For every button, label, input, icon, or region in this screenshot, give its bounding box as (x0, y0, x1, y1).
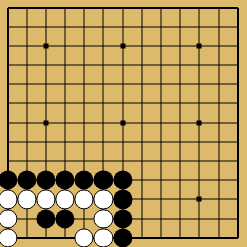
grid-line-v (218, 94, 219, 113)
grid-line-v (84, 36, 85, 55)
black-stone (17, 171, 36, 190)
board-intersection[interactable] (132, 190, 151, 209)
grid-line-v (45, 94, 46, 113)
board-intersection[interactable] (171, 171, 190, 190)
go-board (0, 0, 247, 247)
grid-line-v (65, 8, 66, 18)
board-intersection[interactable] (55, 17, 74, 36)
black-stone (113, 228, 132, 247)
board-intersection[interactable] (55, 113, 74, 132)
board-intersection[interactable] (190, 171, 209, 190)
grid-line-v (26, 75, 27, 94)
grid-line-v (7, 17, 9, 36)
board-intersection[interactable] (151, 17, 170, 36)
grid-line-v (84, 209, 85, 228)
board-intersection[interactable] (17, 17, 36, 36)
board-intersection[interactable] (113, 151, 132, 170)
board-intersection[interactable] (209, 171, 228, 190)
board-intersection[interactable] (228, 75, 247, 94)
grid-line-v (122, 17, 123, 36)
board-intersection[interactable] (190, 36, 209, 55)
grid-line-v (26, 94, 27, 113)
board-intersection[interactable] (171, 0, 190, 17)
grid-line-v (103, 36, 104, 55)
board-intersection[interactable] (94, 17, 113, 36)
grid-line-v (84, 151, 85, 170)
board-intersection[interactable] (75, 17, 94, 36)
board-intersection[interactable] (0, 228, 17, 247)
grid-line-v (237, 17, 239, 36)
grid-line-v (7, 55, 9, 74)
board-intersection[interactable] (36, 113, 55, 132)
board-intersection[interactable] (151, 113, 170, 132)
grid-line-v (180, 132, 181, 151)
board-intersection[interactable] (75, 132, 94, 151)
board-intersection[interactable] (36, 0, 55, 17)
board-intersection[interactable] (190, 94, 209, 113)
board-intersection[interactable] (55, 36, 74, 55)
board-intersection[interactable] (132, 0, 151, 17)
grid-line-v (84, 113, 85, 132)
grid-line-h (8, 84, 18, 85)
board-intersection[interactable] (151, 190, 170, 209)
board-grid (0, 0, 247, 247)
grid-line-v (103, 151, 104, 170)
board-intersection[interactable] (75, 151, 94, 170)
board-intersection[interactable] (171, 55, 190, 74)
board-intersection[interactable] (190, 209, 209, 228)
board-intersection[interactable] (94, 190, 113, 209)
board-intersection[interactable] (17, 151, 36, 170)
board-intersection[interactable] (17, 132, 36, 151)
grid-line-v (237, 171, 239, 190)
board-intersection[interactable] (17, 0, 36, 17)
star-point (43, 120, 48, 125)
grid-line-v (218, 8, 219, 18)
board-intersection[interactable] (94, 228, 113, 247)
board-intersection[interactable] (94, 171, 113, 190)
white-stone (75, 228, 94, 247)
black-stone (36, 209, 55, 228)
grid-line-v (65, 113, 66, 132)
board-intersection[interactable] (151, 75, 170, 94)
board-intersection[interactable] (113, 209, 132, 228)
grid-line-h (8, 26, 18, 27)
grid-line-v (141, 171, 142, 190)
board-intersection[interactable] (228, 228, 247, 247)
board-intersection[interactable] (228, 113, 247, 132)
grid-line-v (180, 75, 181, 94)
grid-line-v (103, 75, 104, 94)
grid-line-v (218, 228, 219, 238)
board-intersection[interactable] (75, 209, 94, 228)
grid-line-v (199, 209, 200, 228)
grid-line-h (8, 141, 18, 142)
board-intersection[interactable] (113, 190, 132, 209)
grid-line-v (161, 17, 162, 36)
grid-line-v (103, 55, 104, 74)
grid-line-v (180, 228, 181, 238)
grid-line-v (141, 94, 142, 113)
board-intersection[interactable] (55, 209, 74, 228)
grid-line-v (237, 55, 239, 74)
board-intersection[interactable] (94, 75, 113, 94)
grid-line-v (26, 8, 27, 18)
grid-line-v (199, 8, 200, 18)
board-intersection[interactable] (132, 132, 151, 151)
grid-line-v (65, 75, 66, 94)
board-intersection[interactable] (132, 55, 151, 74)
board-intersection[interactable] (132, 113, 151, 132)
grid-line-v (84, 94, 85, 113)
board-intersection[interactable] (132, 228, 151, 247)
grid-line-v (122, 8, 123, 18)
board-intersection[interactable] (209, 132, 228, 151)
board-intersection[interactable] (0, 55, 17, 74)
board-intersection[interactable] (36, 209, 55, 228)
board-intersection[interactable] (228, 209, 247, 228)
board-intersection[interactable] (0, 132, 17, 151)
board-intersection[interactable] (75, 190, 94, 209)
board-intersection[interactable] (171, 113, 190, 132)
board-intersection[interactable] (75, 113, 94, 132)
board-intersection[interactable] (228, 17, 247, 36)
grid-line-v (180, 8, 181, 18)
grid-line-v (7, 151, 9, 170)
board-intersection[interactable] (75, 228, 94, 247)
grid-line-v (45, 17, 46, 36)
grid-line-v (103, 132, 104, 151)
board-intersection[interactable] (209, 55, 228, 74)
board-intersection[interactable] (0, 190, 17, 209)
board-intersection[interactable] (209, 17, 228, 36)
grid-line-v (45, 228, 46, 238)
board-intersection[interactable] (209, 209, 228, 228)
board-intersection[interactable] (55, 0, 74, 17)
board-intersection[interactable] (228, 171, 247, 190)
board-intersection[interactable] (55, 190, 74, 209)
white-stone (17, 190, 36, 209)
grid-line-v (237, 75, 239, 94)
board-intersection[interactable] (36, 228, 55, 247)
board-intersection[interactable] (151, 228, 170, 247)
grid-line-v (180, 55, 181, 74)
black-stone (75, 171, 94, 190)
board-intersection[interactable] (132, 17, 151, 36)
grid-line-v (161, 75, 162, 94)
board-intersection[interactable] (228, 0, 247, 17)
board-intersection[interactable] (0, 113, 17, 132)
board-intersection[interactable] (151, 94, 170, 113)
grid-line-v (26, 209, 27, 228)
grid-line-v (141, 75, 142, 94)
board-intersection[interactable] (75, 75, 94, 94)
grid-line-v (180, 171, 181, 190)
grid-line-v (218, 132, 219, 151)
board-intersection[interactable] (113, 17, 132, 36)
grid-line-v (161, 55, 162, 74)
board-intersection[interactable] (209, 190, 228, 209)
board-intersection[interactable] (228, 190, 247, 209)
board-intersection[interactable] (17, 171, 36, 190)
grid-line-h (8, 7, 18, 9)
white-stone (36, 190, 55, 209)
grid-line-v (7, 8, 9, 18)
grid-line-v (65, 94, 66, 113)
board-intersection[interactable] (151, 209, 170, 228)
board-intersection[interactable] (171, 94, 190, 113)
board-intersection[interactable] (113, 94, 132, 113)
grid-line-v (45, 55, 46, 74)
board-intersection[interactable] (36, 132, 55, 151)
board-intersection[interactable] (17, 190, 36, 209)
grid-line-v (237, 228, 239, 238)
board-intersection[interactable] (190, 228, 209, 247)
board-intersection[interactable] (171, 75, 190, 94)
grid-line-v (45, 151, 46, 170)
grid-line-v (180, 17, 181, 36)
grid-line-v (180, 36, 181, 55)
board-intersection[interactable] (132, 171, 151, 190)
grid-line-v (161, 8, 162, 18)
grid-line-v (237, 190, 239, 209)
grid-line-v (141, 36, 142, 55)
board-intersection[interactable] (228, 151, 247, 170)
board-intersection[interactable] (171, 36, 190, 55)
black-stone (36, 171, 55, 190)
board-intersection[interactable] (94, 55, 113, 74)
grid-line-h (8, 161, 18, 162)
board-intersection[interactable] (0, 94, 17, 113)
board-intersection[interactable] (55, 171, 74, 190)
board-intersection[interactable] (190, 151, 209, 170)
board-intersection[interactable] (190, 55, 209, 74)
board-intersection[interactable] (171, 209, 190, 228)
board-intersection[interactable] (132, 75, 151, 94)
grid-line-v (180, 151, 181, 170)
star-point (197, 43, 202, 48)
board-intersection[interactable] (113, 228, 132, 247)
grid-line-v (26, 113, 27, 132)
board-intersection[interactable] (75, 55, 94, 74)
grid-line-h (8, 103, 18, 104)
board-intersection[interactable] (113, 75, 132, 94)
black-stone (113, 171, 132, 190)
grid-line-v (84, 8, 85, 18)
board-intersection[interactable] (113, 36, 132, 55)
grid-line-v (45, 75, 46, 94)
board-intersection[interactable] (17, 228, 36, 247)
grid-line-v (141, 113, 142, 132)
grid-line-v (237, 151, 239, 170)
board-intersection[interactable] (228, 94, 247, 113)
grid-line-v (26, 17, 27, 36)
grid-line-h (8, 45, 18, 46)
grid-line-v (141, 55, 142, 74)
grid-line-v (103, 94, 104, 113)
grid-line-v (218, 55, 219, 74)
board-intersection[interactable] (94, 113, 113, 132)
board-intersection[interactable] (0, 151, 17, 170)
grid-line-v (199, 17, 200, 36)
board-intersection[interactable] (209, 75, 228, 94)
board-intersection[interactable] (0, 209, 17, 228)
grid-line-v (26, 36, 27, 55)
grid-line-v (199, 94, 200, 113)
board-intersection[interactable] (151, 171, 170, 190)
board-intersection[interactable] (171, 17, 190, 36)
board-intersection[interactable] (75, 171, 94, 190)
board-intersection[interactable] (36, 55, 55, 74)
board-intersection[interactable] (209, 36, 228, 55)
grid-line-v (7, 132, 9, 151)
board-intersection[interactable] (94, 151, 113, 170)
board-intersection[interactable] (190, 190, 209, 209)
board-intersection[interactable] (55, 75, 74, 94)
grid-line-v (199, 228, 200, 238)
board-intersection[interactable] (0, 171, 17, 190)
board-intersection[interactable] (55, 55, 74, 74)
board-intersection[interactable] (17, 209, 36, 228)
grid-line-v (237, 8, 239, 18)
board-intersection[interactable] (36, 94, 55, 113)
board-intersection[interactable] (209, 151, 228, 170)
grid-line-v (199, 55, 200, 74)
board-intersection[interactable] (132, 94, 151, 113)
star-point (120, 120, 125, 125)
grid-line-v (84, 132, 85, 151)
board-intersection[interactable] (151, 55, 170, 74)
board-intersection[interactable] (17, 36, 36, 55)
grid-line-v (180, 113, 181, 132)
grid-line-v (141, 8, 142, 18)
grid-line-v (45, 132, 46, 151)
board-intersection[interactable] (36, 151, 55, 170)
grid-line-v (161, 151, 162, 170)
board-intersection[interactable] (113, 55, 132, 74)
board-intersection[interactable] (94, 36, 113, 55)
board-intersection[interactable] (0, 17, 17, 36)
board-intersection[interactable] (36, 36, 55, 55)
board-intersection[interactable] (171, 228, 190, 247)
board-intersection[interactable] (190, 113, 209, 132)
grid-line-v (161, 228, 162, 238)
board-intersection[interactable] (209, 0, 228, 17)
board-intersection[interactable] (171, 190, 190, 209)
board-intersection[interactable] (0, 36, 17, 55)
grid-line-v (65, 17, 66, 36)
board-intersection[interactable] (94, 0, 113, 17)
board-intersection[interactable] (151, 36, 170, 55)
grid-line-v (141, 17, 142, 36)
board-intersection[interactable] (113, 0, 132, 17)
grid-line-v (65, 151, 66, 170)
board-intersection[interactable] (17, 113, 36, 132)
board-intersection[interactable] (94, 209, 113, 228)
board-intersection[interactable] (132, 151, 151, 170)
board-intersection[interactable] (75, 0, 94, 17)
board-intersection[interactable] (36, 190, 55, 209)
grid-line-v (180, 94, 181, 113)
grid-line-v (199, 132, 200, 151)
board-intersection[interactable] (190, 132, 209, 151)
grid-line-v (161, 171, 162, 190)
board-intersection[interactable] (171, 132, 190, 151)
white-stone (55, 190, 74, 209)
white-stone (94, 228, 113, 247)
board-intersection[interactable] (151, 0, 170, 17)
white-stone (0, 190, 17, 209)
grid-line-v (65, 132, 66, 151)
board-intersection[interactable] (36, 75, 55, 94)
board-intersection[interactable] (113, 171, 132, 190)
board-intersection[interactable] (55, 228, 74, 247)
grid-line-v (84, 55, 85, 74)
grid-line-v (218, 151, 219, 170)
board-intersection[interactable] (55, 151, 74, 170)
grid-line-v (199, 75, 200, 94)
black-stone (113, 209, 132, 228)
board-intersection[interactable] (36, 171, 55, 190)
board-intersection[interactable] (190, 0, 209, 17)
grid-line-v (65, 228, 66, 238)
board-intersection[interactable] (228, 132, 247, 151)
grid-line-v (26, 55, 27, 74)
board-intersection[interactable] (151, 132, 170, 151)
board-intersection[interactable] (94, 94, 113, 113)
board-intersection[interactable] (55, 132, 74, 151)
board-intersection[interactable] (209, 228, 228, 247)
black-stone (55, 171, 74, 190)
board-intersection[interactable] (228, 55, 247, 74)
board-intersection[interactable] (132, 209, 151, 228)
grid-line-v (103, 8, 104, 18)
grid-line-v (199, 171, 200, 190)
white-stone (94, 190, 113, 209)
board-intersection[interactable] (75, 94, 94, 113)
grid-line-v (65, 36, 66, 55)
board-intersection[interactable] (17, 55, 36, 74)
board-intersection[interactable] (94, 132, 113, 151)
grid-line-v (45, 8, 46, 18)
board-intersection[interactable] (228, 36, 247, 55)
board-intersection[interactable] (0, 0, 17, 17)
board-intersection[interactable] (190, 17, 209, 36)
board-intersection[interactable] (113, 132, 132, 151)
grid-line-v (218, 75, 219, 94)
board-intersection[interactable] (36, 17, 55, 36)
grid-line-v (161, 132, 162, 151)
board-intersection[interactable] (55, 94, 74, 113)
board-intersection[interactable] (209, 94, 228, 113)
board-intersection[interactable] (171, 151, 190, 170)
grid-line-v (237, 209, 239, 228)
board-intersection[interactable] (132, 36, 151, 55)
board-intersection[interactable] (113, 113, 132, 132)
board-intersection[interactable] (17, 75, 36, 94)
board-intersection[interactable] (190, 75, 209, 94)
board-intersection[interactable] (75, 36, 94, 55)
black-stone (55, 209, 74, 228)
board-intersection[interactable] (151, 151, 170, 170)
grid-line-v (122, 94, 123, 113)
grid-line-v (218, 209, 219, 228)
grid-line-v (122, 132, 123, 151)
grid-line-v (218, 190, 219, 209)
board-intersection[interactable] (17, 94, 36, 113)
board-intersection[interactable] (209, 113, 228, 132)
board-intersection[interactable] (0, 75, 17, 94)
